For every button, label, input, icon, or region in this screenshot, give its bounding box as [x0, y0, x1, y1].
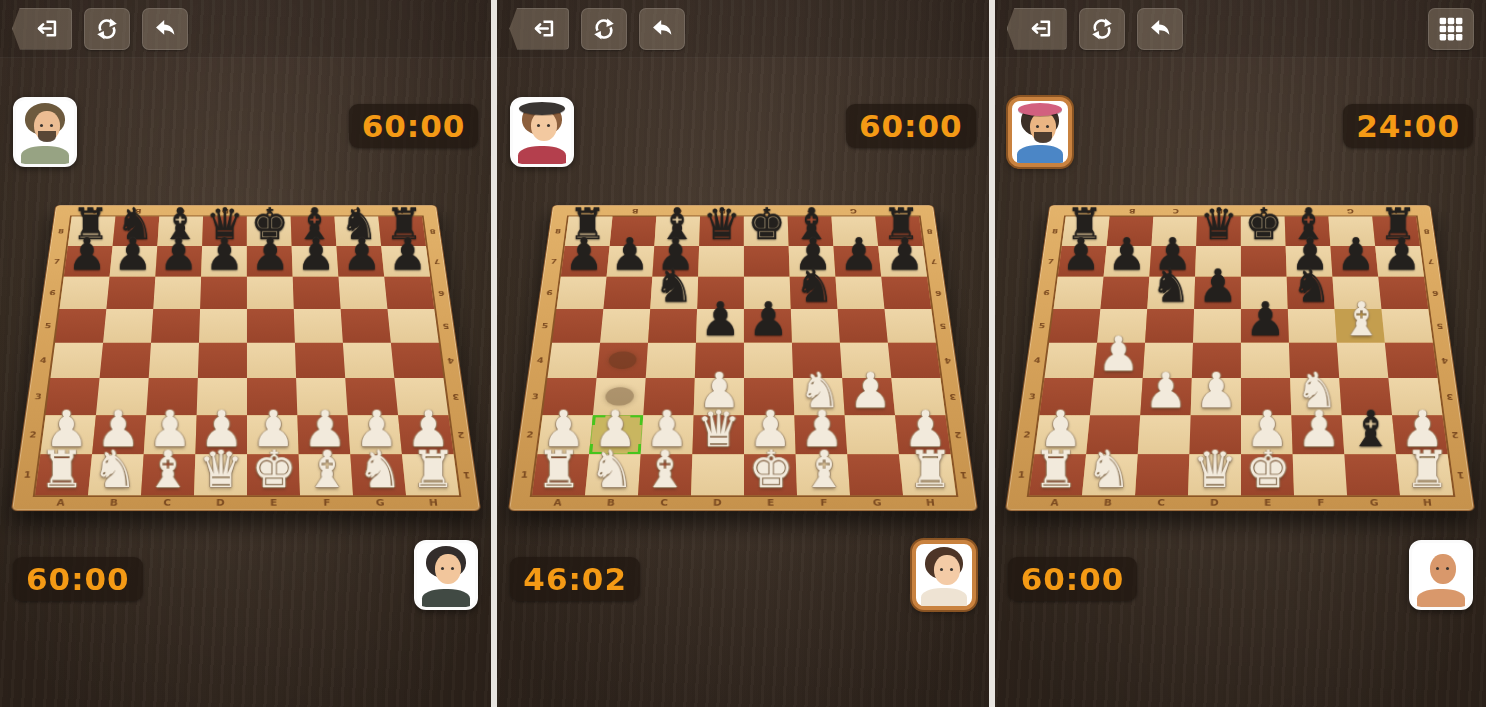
- square-g1[interactable]: [1345, 454, 1401, 495]
- square-h6[interactable]: [1379, 277, 1429, 309]
- file-label: H: [893, 208, 901, 214]
- square-e1[interactable]: ♚: [247, 454, 300, 495]
- square-f7[interactable]: ♟: [789, 246, 836, 277]
- square-e1[interactable]: ♚: [744, 454, 797, 495]
- square-h8[interactable]: ♜: [1373, 217, 1421, 246]
- square-d7[interactable]: [1195, 246, 1241, 277]
- file-label: D: [216, 498, 225, 507]
- square-f2[interactable]: ♟: [1292, 415, 1345, 454]
- file-label: A: [90, 208, 97, 214]
- file-label: B: [134, 208, 141, 214]
- file-label: C: [660, 498, 668, 507]
- square-a2[interactable]: ♟: [537, 415, 592, 454]
- square-b6[interactable]: [106, 277, 155, 309]
- square-e5[interactable]: ♟: [744, 309, 792, 343]
- undo-button[interactable]: [1137, 8, 1183, 50]
- square-e7[interactable]: [1241, 246, 1287, 277]
- square-e3[interactable]: [744, 378, 794, 415]
- square-e1[interactable]: ♚: [1241, 454, 1294, 495]
- square-b8[interactable]: [1107, 217, 1154, 246]
- square-d5[interactable]: [199, 309, 247, 343]
- square-a7[interactable]: ♟: [63, 246, 112, 277]
- square-c5[interactable]: [648, 309, 697, 343]
- rank-label: 6: [935, 289, 942, 296]
- square-d7[interactable]: [698, 246, 744, 277]
- square-e6[interactable]: [744, 277, 791, 309]
- rank-label: 2: [526, 430, 534, 438]
- square-d1[interactable]: ♛: [1188, 454, 1241, 495]
- square-b8[interactable]: [610, 217, 657, 246]
- file-label: H: [1423, 498, 1433, 507]
- square-h2[interactable]: ♟: [895, 415, 951, 454]
- square-a4[interactable]: [50, 343, 103, 378]
- file-label: D: [718, 208, 725, 214]
- rotate-icon: [591, 16, 617, 42]
- square-a8[interactable]: ♜: [565, 217, 613, 246]
- black-rook-piece: ♜: [568, 202, 606, 246]
- square-g5[interactable]: ♝: [1335, 309, 1385, 343]
- square-c4[interactable]: [1143, 343, 1193, 378]
- square-a6[interactable]: [557, 277, 607, 309]
- exit-button[interactable]: [12, 8, 72, 50]
- square-g8[interactable]: [831, 217, 878, 246]
- square-b7[interactable]: ♟: [1104, 246, 1152, 277]
- rank-label: 8: [555, 228, 562, 234]
- exit-button[interactable]: [1007, 8, 1067, 50]
- black-rook-piece: ♜: [1379, 202, 1417, 246]
- square-f3[interactable]: ♞: [1290, 378, 1342, 415]
- square-d3[interactable]: ♟: [694, 378, 744, 415]
- square-c3[interactable]: ♟: [1141, 378, 1193, 415]
- bottom-player-timer: 60:00: [13, 557, 143, 601]
- file-label: H: [926, 498, 936, 507]
- exit-button[interactable]: [509, 8, 569, 50]
- square-g3[interactable]: [345, 378, 398, 415]
- square-e4[interactable]: [744, 343, 793, 378]
- file-label: E: [1264, 498, 1271, 507]
- square-b4[interactable]: ♟: [1094, 343, 1145, 378]
- square-c6[interactable]: [153, 277, 201, 309]
- square-c2[interactable]: [1138, 415, 1191, 454]
- square-b6[interactable]: [1101, 277, 1150, 309]
- square-e4[interactable]: [1241, 343, 1290, 378]
- square-f8[interactable]: ♝: [290, 217, 336, 246]
- app-screen: 60:00 ♜♞♝♛♚♝♞♜♟♟♟♟♟♟♟♟♟♟♟♟♟♟♟♟♜♞♝♛♚♝♞♜AA…: [0, 0, 1486, 707]
- square-d2[interactable]: ♟: [195, 415, 247, 454]
- square-h3[interactable]: [394, 378, 448, 415]
- square-f5[interactable]: [791, 309, 840, 343]
- square-d3[interactable]: ♟: [1191, 378, 1241, 415]
- square-b7[interactable]: ♟: [607, 246, 655, 277]
- square-c4[interactable]: [646, 343, 696, 378]
- chess-board[interactable]: ♜♝♛♚♝♜♟♟♟♟♟♟♞♞♟♟♟♞♟♟♟♟♛♟♟♟♜♞♝♚♝♜AABBCCDD…: [519, 118, 967, 498]
- square-g6[interactable]: [1333, 277, 1382, 309]
- square-c1[interactable]: [1135, 454, 1189, 495]
- square-a5[interactable]: [55, 309, 106, 343]
- square-d5[interactable]: ♟: [696, 309, 744, 343]
- square-h5[interactable]: [387, 309, 438, 343]
- square-d3[interactable]: [196, 378, 246, 415]
- square-b4[interactable]: [99, 343, 150, 378]
- rank-label: 6: [49, 289, 56, 296]
- chess-board[interactable]: ♜♞♝♛♚♝♞♜♟♟♟♟♟♟♟♟♟♟♟♟♟♟♟♟♜♞♝♛♚♝♞♜AABBCCDD…: [22, 118, 470, 498]
- file-label: F: [1304, 208, 1310, 214]
- square-f3[interactable]: ♞: [793, 378, 845, 415]
- square-c5[interactable]: [1145, 309, 1194, 343]
- square-h6[interactable]: [384, 277, 434, 309]
- rank-label: 8: [926, 228, 933, 234]
- rotate-icon: [94, 16, 120, 42]
- square-c2[interactable]: ♟: [143, 415, 196, 454]
- square-a1[interactable]: ♜: [1029, 454, 1086, 495]
- square-a2[interactable]: ♟: [40, 415, 95, 454]
- square-e7[interactable]: ♟: [247, 246, 293, 277]
- file-label: A: [56, 498, 65, 507]
- square-d6[interactable]: ♟: [1194, 277, 1241, 309]
- square-b7[interactable]: ♟: [109, 246, 157, 277]
- game-panel-2: 60:00 ♜♝♛♚♝♜♟♟♟♟♟♟♞♞♟♟♟♞♟♟♟♟♛♟♟♟♜♞♝♚♝♜AA…: [497, 0, 988, 707]
- square-g1[interactable]: [847, 454, 903, 495]
- square-f1[interactable]: ♝: [796, 454, 850, 495]
- square-g4[interactable]: [840, 343, 891, 378]
- square-h8[interactable]: ♜: [875, 217, 923, 246]
- square-d6[interactable]: [697, 277, 744, 309]
- square-d8[interactable]: ♛: [699, 217, 744, 246]
- square-b1[interactable]: ♞: [1082, 454, 1138, 495]
- square-b5[interactable]: [600, 309, 650, 343]
- menu-grid-button[interactable]: [1428, 8, 1474, 50]
- square-a6[interactable]: [59, 277, 109, 309]
- file-label: F: [820, 498, 828, 507]
- rank-label: 5: [1039, 322, 1046, 329]
- square-h4[interactable]: [1385, 343, 1438, 378]
- square-g5[interactable]: [838, 309, 888, 343]
- rank-label: 7: [53, 258, 60, 265]
- rank-label: 4: [39, 356, 47, 364]
- square-g3[interactable]: ♟: [842, 378, 895, 415]
- square-h1[interactable]: ♜: [402, 454, 459, 495]
- square-g6[interactable]: [338, 277, 387, 309]
- undo-button[interactable]: [142, 8, 188, 50]
- file-label: C: [178, 208, 185, 214]
- board-frame: ♜♛♚♝♜♟♟♟♟♟♟♞♟♞♟♝♟♟♟♞♟♟♟♝♟♜♞♛♚♜AABBCCDDEE…: [1005, 205, 1475, 511]
- square-h7[interactable]: ♟: [381, 246, 430, 277]
- square-a5[interactable]: [552, 309, 603, 343]
- square-b4[interactable]: [597, 343, 648, 378]
- square-a7[interactable]: ♟: [1058, 246, 1107, 277]
- file-label: F: [806, 208, 812, 214]
- square-e6[interactable]: [247, 277, 294, 309]
- file-label: G: [873, 498, 882, 507]
- square-h1[interactable]: ♜: [1396, 454, 1453, 495]
- square-g7[interactable]: ♟: [336, 246, 384, 277]
- rank-label: 7: [433, 258, 440, 265]
- rank-label: 8: [1424, 228, 1431, 234]
- square-d2[interactable]: ♛: [692, 415, 744, 454]
- file-label: F: [1317, 498, 1325, 507]
- board-frame: ♜♝♛♚♝♜♟♟♟♟♟♟♞♞♟♟♟♞♟♟♟♟♛♟♟♟♜♞♝♚♝♜AABBCCDD…: [508, 205, 978, 511]
- square-b8[interactable]: ♞: [112, 217, 159, 246]
- square-g3[interactable]: [1340, 378, 1393, 415]
- square-d2[interactable]: [1190, 415, 1242, 454]
- square-f4[interactable]: [792, 343, 842, 378]
- file-label: D: [1216, 208, 1223, 214]
- rotate-board-button[interactable]: [1079, 8, 1125, 50]
- square-c3[interactable]: [146, 378, 198, 415]
- square-a5[interactable]: [1049, 309, 1100, 343]
- file-label: F: [309, 208, 315, 214]
- rank-label: 3: [949, 392, 957, 400]
- square-h5[interactable]: [884, 309, 935, 343]
- square-c7[interactable]: ♟: [155, 246, 202, 277]
- rank-label: 3: [34, 392, 42, 400]
- black-rook-piece: ♜: [384, 202, 422, 246]
- file-label: C: [675, 208, 682, 214]
- file-label: C: [163, 498, 171, 507]
- square-g4[interactable]: [1337, 343, 1388, 378]
- square-e8[interactable]: ♚: [744, 217, 789, 246]
- square-f6[interactable]: [292, 277, 340, 309]
- file-label: A: [588, 208, 595, 214]
- square-c7[interactable]: ♟: [652, 246, 699, 277]
- square-a3[interactable]: [45, 378, 99, 415]
- rank-label: 4: [1034, 356, 1042, 364]
- game-panel-3: 24:00 ♜♛♚♝♜♟♟♟♟♟♟♞♟♞♟♝♟♟♟♞♟♟♟♝♟♜♞♛♚♜AABB…: [995, 0, 1486, 707]
- square-e5[interactable]: ♟: [1241, 309, 1289, 343]
- square-e4[interactable]: [247, 343, 296, 378]
- square-g7[interactable]: ♟: [1331, 246, 1379, 277]
- square-g6[interactable]: [835, 277, 884, 309]
- rotate-board-button[interactable]: [581, 8, 627, 50]
- rank-label: 8: [57, 228, 64, 234]
- square-h3[interactable]: [1389, 378, 1443, 415]
- file-label: C: [1157, 498, 1165, 507]
- square-g1[interactable]: ♞: [350, 454, 406, 495]
- square-g8[interactable]: [1329, 217, 1376, 246]
- square-f8[interactable]: ♝: [788, 217, 834, 246]
- rank-label: 7: [550, 258, 557, 265]
- square-c1[interactable]: ♝: [638, 454, 692, 495]
- bottom-player-timer: 60:00: [1008, 557, 1138, 601]
- square-c1[interactable]: ♝: [141, 454, 195, 495]
- square-a3[interactable]: [543, 378, 597, 415]
- square-a4[interactable]: [547, 343, 600, 378]
- file-label: C: [1172, 208, 1179, 214]
- square-h8[interactable]: ♜: [378, 217, 426, 246]
- rank-label: 1: [462, 470, 470, 479]
- square-d7[interactable]: ♟: [201, 246, 247, 277]
- board-frame: ♜♞♝♛♚♝♞♜♟♟♟♟♟♟♟♟♟♟♟♟♟♟♟♟♜♞♝♛♚♝♞♜AABBCCDD…: [11, 205, 481, 511]
- square-d8[interactable]: ♛: [1196, 217, 1241, 246]
- rank-label: 6: [546, 289, 553, 296]
- square-a1[interactable]: ♜: [532, 454, 589, 495]
- bottom-player-row: 60:00: [1008, 540, 1473, 610]
- square-a1[interactable]: ♜: [35, 454, 92, 495]
- bottom-player-row: 60:00: [13, 540, 478, 610]
- rank-label: 5: [939, 322, 946, 329]
- square-b2[interactable]: ♟: [92, 415, 146, 454]
- square-g2[interactable]: ♟: [347, 415, 401, 454]
- square-d6[interactable]: [200, 277, 247, 309]
- square-g7[interactable]: ♟: [833, 246, 881, 277]
- rank-label: 4: [1441, 356, 1449, 364]
- square-b3[interactable]: [593, 378, 646, 415]
- file-label: G: [849, 208, 857, 214]
- square-f2[interactable]: ♟: [297, 415, 350, 454]
- rank-label: 1: [959, 470, 967, 479]
- square-f1[interactable]: ♝: [298, 454, 352, 495]
- square-c5[interactable]: [151, 309, 200, 343]
- rank-label: 6: [1043, 289, 1050, 296]
- square-b2[interactable]: [1086, 415, 1140, 454]
- square-f7[interactable]: ♟: [291, 246, 338, 277]
- rank-label: 4: [446, 356, 454, 364]
- square-h5[interactable]: [1382, 309, 1433, 343]
- square-d1[interactable]: [691, 454, 744, 495]
- square-c8[interactable]: [1152, 217, 1198, 246]
- file-label: A: [553, 498, 562, 507]
- file-label: A: [1050, 498, 1059, 507]
- chess-board[interactable]: ♜♛♚♝♜♟♟♟♟♟♟♞♟♞♟♝♟♟♟♞♟♟♟♝♟♜♞♛♚♜AABBCCDDEE…: [1016, 118, 1464, 498]
- square-c6[interactable]: ♞: [650, 277, 698, 309]
- square-g5[interactable]: [340, 309, 390, 343]
- game-panel-1: 60:00 ♜♞♝♛♚♝♞♜♟♟♟♟♟♟♟♟♟♟♟♟♟♟♟♟♜♞♝♛♚♝♞♜AA…: [0, 0, 491, 707]
- square-a2[interactable]: ♟: [1035, 415, 1090, 454]
- square-f5[interactable]: [1288, 309, 1337, 343]
- rotate-icon: [1089, 16, 1115, 42]
- square-d4[interactable]: [695, 343, 744, 378]
- file-label: B: [1129, 208, 1136, 214]
- exit-icon: [33, 15, 60, 42]
- square-a8[interactable]: ♜: [1062, 217, 1110, 246]
- square-f7[interactable]: ♟: [1286, 246, 1333, 277]
- undo-button[interactable]: [639, 8, 685, 50]
- square-h6[interactable]: [881, 277, 931, 309]
- square-h4[interactable]: [390, 343, 443, 378]
- square-g2[interactable]: [845, 415, 899, 454]
- square-c6[interactable]: ♞: [1148, 277, 1196, 309]
- square-a3[interactable]: [1040, 378, 1094, 415]
- square-f6[interactable]: ♞: [1287, 277, 1335, 309]
- square-f4[interactable]: [295, 343, 345, 378]
- file-label: G: [1370, 498, 1379, 507]
- toolbar: [0, 0, 491, 58]
- square-e7[interactable]: [744, 246, 790, 277]
- square-f4[interactable]: [1289, 343, 1339, 378]
- bottom-player-avatar: [1409, 540, 1473, 610]
- square-f8[interactable]: ♝: [1285, 217, 1331, 246]
- rank-label: 2: [1451, 430, 1459, 438]
- square-b2[interactable]: ♟: [589, 415, 643, 454]
- square-c7[interactable]: ♟: [1150, 246, 1197, 277]
- square-c4[interactable]: [148, 343, 198, 378]
- square-c8[interactable]: ♝: [654, 217, 700, 246]
- square-b5[interactable]: [1097, 309, 1147, 343]
- square-e8[interactable]: ♚: [1241, 217, 1286, 246]
- square-f6[interactable]: ♞: [790, 277, 838, 309]
- square-d4[interactable]: [197, 343, 246, 378]
- square-b5[interactable]: [103, 309, 153, 343]
- square-d8[interactable]: ♛: [202, 217, 247, 246]
- square-a7[interactable]: ♟: [561, 246, 610, 277]
- square-a8[interactable]: ♜: [67, 217, 115, 246]
- rank-label: 7: [930, 258, 937, 265]
- square-e6[interactable]: [1241, 277, 1288, 309]
- file-label: H: [428, 498, 438, 507]
- square-f2[interactable]: ♟: [794, 415, 847, 454]
- square-e3[interactable]: [247, 378, 297, 415]
- square-d1[interactable]: ♛: [194, 454, 247, 495]
- square-a6[interactable]: [1054, 277, 1104, 309]
- file-label: B: [1104, 498, 1113, 507]
- square-e2[interactable]: ♟: [744, 415, 796, 454]
- black-rook-piece: ♜: [882, 202, 920, 246]
- file-label: G: [1346, 208, 1354, 214]
- rank-label: 3: [1446, 392, 1454, 400]
- square-e5[interactable]: [247, 309, 295, 343]
- rank-label: 2: [29, 430, 37, 438]
- square-h3[interactable]: [891, 378, 945, 415]
- square-a4[interactable]: [1045, 343, 1098, 378]
- square-b6[interactable]: [603, 277, 652, 309]
- rank-label: 1: [1018, 470, 1026, 479]
- square-h2[interactable]: ♟: [398, 415, 454, 454]
- square-h7[interactable]: ♟: [878, 246, 927, 277]
- square-g8[interactable]: ♞: [334, 217, 381, 246]
- file-label: E: [763, 208, 769, 214]
- square-h2[interactable]: ♟: [1392, 415, 1448, 454]
- square-e2[interactable]: ♟: [247, 415, 299, 454]
- bottom-player-timer: 46:02: [510, 557, 640, 601]
- square-b1[interactable]: ♞: [585, 454, 641, 495]
- square-h4[interactable]: [888, 343, 941, 378]
- rank-label: 7: [1048, 258, 1055, 265]
- rank-label: 4: [536, 356, 544, 364]
- rank-label: 3: [451, 392, 459, 400]
- square-h1[interactable]: ♜: [899, 454, 956, 495]
- square-d5[interactable]: [1193, 309, 1241, 343]
- rank-label: 2: [954, 430, 962, 438]
- square-c2[interactable]: ♟: [641, 415, 694, 454]
- square-g4[interactable]: [343, 343, 394, 378]
- square-f1[interactable]: [1293, 454, 1347, 495]
- rank-label: 2: [457, 430, 465, 438]
- bottom-player-row: 46:02: [510, 540, 975, 610]
- square-b1[interactable]: ♞: [88, 454, 144, 495]
- exit-icon: [1027, 15, 1054, 42]
- square-g2[interactable]: ♝: [1342, 415, 1396, 454]
- move-hint-dot: [605, 388, 634, 406]
- square-b3[interactable]: [1090, 378, 1143, 415]
- file-label: B: [109, 498, 118, 507]
- bottom-player-avatar: [414, 540, 478, 610]
- square-b3[interactable]: [96, 378, 149, 415]
- square-h7[interactable]: ♟: [1375, 246, 1424, 277]
- file-label: B: [607, 498, 616, 507]
- square-e8[interactable]: ♚: [247, 217, 292, 246]
- rotate-board-button[interactable]: [84, 8, 130, 50]
- square-e3[interactable]: [1241, 378, 1291, 415]
- rank-label: 3: [1029, 392, 1037, 400]
- square-c3[interactable]: [643, 378, 695, 415]
- square-e2[interactable]: ♟: [1241, 415, 1293, 454]
- rank-label: 1: [23, 470, 31, 479]
- square-f5[interactable]: [293, 309, 342, 343]
- square-f3[interactable]: [296, 378, 348, 415]
- grid-icon: [1438, 16, 1464, 42]
- square-d4[interactable]: [1192, 343, 1241, 378]
- square-c8[interactable]: ♝: [157, 217, 203, 246]
